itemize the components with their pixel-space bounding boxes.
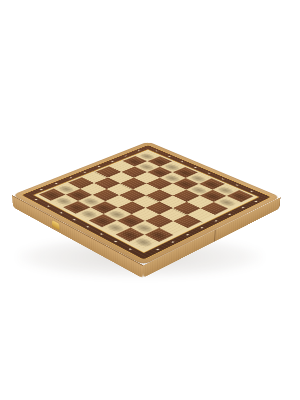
square-a2[interactable]: ♟: [214, 196, 241, 208]
pawn-icon: ♟: [218, 177, 238, 204]
brass-clasp: [52, 220, 60, 230]
chess-board: ♜♞♝♚♛♝♞♜♟♟♟♟♟♟♟♟♟♟♟♟♟♟♟♟♜♞♝♚♛♝♞♜: [12, 142, 281, 266]
fold-seam-icon: [214, 229, 215, 241]
rook-icon: ♜: [132, 209, 157, 244]
product-photo-white-background: { "game": "chess", "scene": { "descripti…: [0, 0, 300, 400]
chess-scene: ♜♞♝♚♛♝♞♜♟♟♟♟♟♟♟♟♟♟♟♟♟♟♟♟♜♞♝♚♛♝♞♜: [51, 101, 241, 291]
square-a8[interactable]: ♜: [130, 235, 159, 249]
